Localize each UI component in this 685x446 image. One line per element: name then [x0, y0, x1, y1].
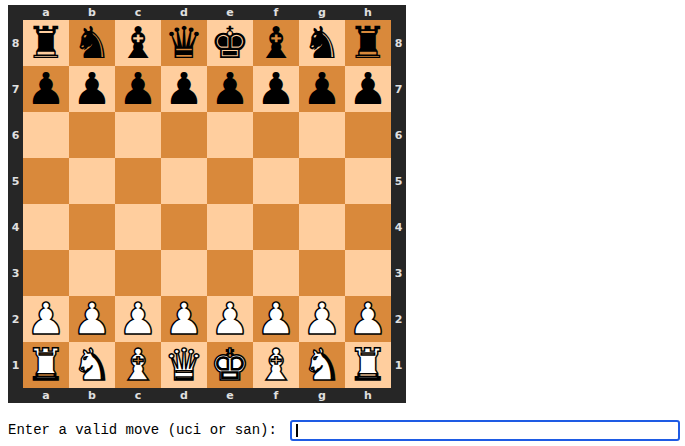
square-f3 [253, 250, 299, 296]
square-b7: ♟ [69, 66, 115, 112]
file-label-bottom-d: d [161, 388, 207, 403]
move-prompt-row: Enter a valid move (uci or san): [8, 419, 680, 441]
square-h1: ♜ [345, 342, 391, 388]
square-e7: ♟ [207, 66, 253, 112]
file-label-bottom-e: e [207, 388, 253, 403]
square-e6 [207, 112, 253, 158]
rank-label-right-2: 2 [391, 296, 406, 342]
piece-white-rook: ♜ [348, 342, 387, 388]
rank-label-left-8: 8 [8, 20, 23, 66]
rank-label-left-4: 4 [8, 204, 23, 250]
piece-black-knight: ♞ [72, 20, 111, 66]
rank-label-left-1: 1 [8, 342, 23, 388]
square-c4 [115, 204, 161, 250]
square-h5 [345, 158, 391, 204]
rank-label-left-2: 2 [8, 296, 23, 342]
piece-black-pawn: ♟ [210, 66, 249, 112]
square-e8: ♚ [207, 20, 253, 66]
square-f8: ♝ [253, 20, 299, 66]
square-c8: ♝ [115, 20, 161, 66]
square-c3 [115, 250, 161, 296]
piece-white-bishop: ♝ [256, 342, 295, 388]
piece-black-king: ♚ [210, 20, 249, 66]
square-f2: ♟ [253, 296, 299, 342]
square-f1: ♝ [253, 342, 299, 388]
rank-label-left-6: 6 [8, 112, 23, 158]
piece-white-pawn: ♟ [348, 296, 387, 342]
square-h6 [345, 112, 391, 158]
square-f7: ♟ [253, 66, 299, 112]
file-label-bottom-c: c [115, 388, 161, 403]
square-c5 [115, 158, 161, 204]
rank-label-right-5: 5 [391, 158, 406, 204]
file-labels-bottom: abcdefgh [23, 388, 391, 403]
square-f4 [253, 204, 299, 250]
square-h7: ♟ [345, 66, 391, 112]
rank-label-right-6: 6 [391, 112, 406, 158]
chess-board: abcdefgh abcdefgh 87654321 87654321 ♜♞♝♛… [8, 5, 406, 403]
piece-black-pawn: ♟ [164, 66, 203, 112]
square-e1: ♚ [207, 342, 253, 388]
move-input[interactable] [290, 420, 680, 441]
square-c6 [115, 112, 161, 158]
square-b1: ♞ [69, 342, 115, 388]
piece-white-rook: ♜ [26, 342, 65, 388]
piece-white-queen: ♛ [164, 342, 203, 388]
square-d1: ♛ [161, 342, 207, 388]
square-a3 [23, 250, 69, 296]
piece-white-king: ♚ [210, 342, 249, 388]
rank-label-left-3: 3 [8, 250, 23, 296]
square-g7: ♟ [299, 66, 345, 112]
square-d3 [161, 250, 207, 296]
rank-label-left-5: 5 [8, 158, 23, 204]
piece-white-pawn: ♟ [72, 296, 111, 342]
text-caret [296, 424, 298, 437]
square-d5 [161, 158, 207, 204]
square-h8: ♜ [345, 20, 391, 66]
square-f6 [253, 112, 299, 158]
piece-black-queen: ♛ [164, 20, 203, 66]
square-b5 [69, 158, 115, 204]
piece-black-knight: ♞ [302, 20, 341, 66]
rank-labels-right: 87654321 [391, 20, 406, 388]
square-g5 [299, 158, 345, 204]
square-a4 [23, 204, 69, 250]
square-a5 [23, 158, 69, 204]
rank-label-left-7: 7 [8, 66, 23, 112]
square-c1: ♝ [115, 342, 161, 388]
square-a2: ♟ [23, 296, 69, 342]
board-grid: ♜♞♝♛♚♝♞♜♟♟♟♟♟♟♟♟♟♟♟♟♟♟♟♟♜♞♝♛♚♝♞♜ [23, 20, 391, 388]
piece-black-bishop: ♝ [118, 20, 157, 66]
square-h3 [345, 250, 391, 296]
square-e3 [207, 250, 253, 296]
square-d6 [161, 112, 207, 158]
piece-black-pawn: ♟ [26, 66, 65, 112]
square-b6 [69, 112, 115, 158]
file-label-bottom-f: f [253, 388, 299, 403]
square-e2: ♟ [207, 296, 253, 342]
square-b8: ♞ [69, 20, 115, 66]
square-c2: ♟ [115, 296, 161, 342]
file-label-bottom-h: h [345, 388, 391, 403]
square-c7: ♟ [115, 66, 161, 112]
piece-white-pawn: ♟ [210, 296, 249, 342]
square-f5 [253, 158, 299, 204]
file-label-bottom-b: b [69, 388, 115, 403]
piece-white-pawn: ♟ [26, 296, 65, 342]
piece-white-bishop: ♝ [118, 342, 157, 388]
square-h2: ♟ [345, 296, 391, 342]
square-g1: ♞ [299, 342, 345, 388]
piece-black-rook: ♜ [348, 20, 387, 66]
piece-black-pawn: ♟ [72, 66, 111, 112]
rank-label-right-7: 7 [391, 66, 406, 112]
piece-white-knight: ♞ [72, 342, 111, 388]
piece-white-knight: ♞ [302, 342, 341, 388]
square-d4 [161, 204, 207, 250]
piece-black-pawn: ♟ [118, 66, 157, 112]
rank-label-right-8: 8 [391, 20, 406, 66]
square-g4 [299, 204, 345, 250]
square-a1: ♜ [23, 342, 69, 388]
square-g8: ♞ [299, 20, 345, 66]
square-a6 [23, 112, 69, 158]
square-g3 [299, 250, 345, 296]
move-prompt-label: Enter a valid move (uci or san): [8, 422, 277, 438]
rank-label-right-4: 4 [391, 204, 406, 250]
square-g2: ♟ [299, 296, 345, 342]
square-h4 [345, 204, 391, 250]
piece-white-pawn: ♟ [302, 296, 341, 342]
piece-black-rook: ♜ [26, 20, 65, 66]
piece-black-pawn: ♟ [256, 66, 295, 112]
square-d8: ♛ [161, 20, 207, 66]
square-e5 [207, 158, 253, 204]
piece-white-pawn: ♟ [118, 296, 157, 342]
square-a7: ♟ [23, 66, 69, 112]
file-label-bottom-a: a [23, 388, 69, 403]
square-a8: ♜ [23, 20, 69, 66]
piece-black-pawn: ♟ [302, 66, 341, 112]
square-d2: ♟ [161, 296, 207, 342]
square-g6 [299, 112, 345, 158]
piece-white-pawn: ♟ [256, 296, 295, 342]
rank-label-right-1: 1 [391, 342, 406, 388]
square-e4 [207, 204, 253, 250]
square-d7: ♟ [161, 66, 207, 112]
rank-labels-left: 87654321 [8, 20, 23, 388]
square-b2: ♟ [69, 296, 115, 342]
file-label-bottom-g: g [299, 388, 345, 403]
piece-black-bishop: ♝ [256, 20, 295, 66]
rank-label-right-3: 3 [391, 250, 406, 296]
piece-white-pawn: ♟ [164, 296, 203, 342]
square-b3 [69, 250, 115, 296]
piece-black-pawn: ♟ [348, 66, 387, 112]
square-b4 [69, 204, 115, 250]
